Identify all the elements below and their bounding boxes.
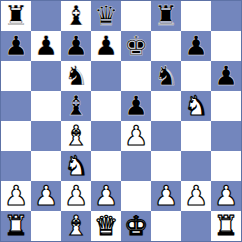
black-bishop-icon[interactable]: ♝	[64, 1, 88, 31]
square-b3[interactable]	[31, 151, 61, 181]
black-pawn-icon[interactable]: ♟	[64, 31, 88, 61]
white-pawn-icon[interactable]: ♟	[64, 181, 88, 211]
square-g1[interactable]	[181, 211, 211, 241]
square-c3[interactable]: ♞	[61, 151, 91, 181]
square-d3[interactable]	[91, 151, 121, 181]
square-d2[interactable]: ♟	[91, 181, 121, 211]
white-pawn-icon[interactable]: ♟	[184, 181, 208, 211]
black-knight-icon[interactable]: ♞	[154, 61, 178, 91]
square-f5[interactable]	[151, 91, 181, 121]
white-pawn-icon[interactable]: ♟	[214, 181, 238, 211]
chess-board-container: ♜♝♛♜♟♟♟♟♚♟♞♞♟♝♟♞♝♟♞♟♟♟♟♟♟♟♜♝♛♚♜	[0, 0, 242, 242]
black-bishop-icon[interactable]: ♝	[64, 91, 88, 121]
black-pawn-icon[interactable]: ♟	[34, 31, 58, 61]
black-king-icon[interactable]: ♚	[124, 31, 148, 61]
square-a8[interactable]: ♜	[1, 1, 31, 31]
square-c5[interactable]: ♝	[61, 91, 91, 121]
square-c7[interactable]: ♟	[61, 31, 91, 61]
square-g8[interactable]	[181, 1, 211, 31]
square-g4[interactable]	[181, 121, 211, 151]
white-queen-icon[interactable]: ♛	[94, 211, 118, 241]
square-f1[interactable]	[151, 211, 181, 241]
square-a6[interactable]	[1, 61, 31, 91]
square-d5[interactable]	[91, 91, 121, 121]
square-f6[interactable]: ♞	[151, 61, 181, 91]
square-d1[interactable]: ♛	[91, 211, 121, 241]
square-g2[interactable]: ♟	[181, 181, 211, 211]
chess-board: ♜♝♛♜♟♟♟♟♚♟♞♞♟♝♟♞♝♟♞♟♟♟♟♟♟♟♜♝♛♚♜	[0, 0, 242, 242]
black-pawn-icon[interactable]: ♟	[214, 61, 238, 91]
square-b2[interactable]: ♟	[31, 181, 61, 211]
square-a7[interactable]: ♟	[1, 31, 31, 61]
square-f4[interactable]	[151, 121, 181, 151]
square-f7[interactable]	[151, 31, 181, 61]
square-a4[interactable]	[1, 121, 31, 151]
white-pawn-icon[interactable]: ♟	[124, 121, 148, 151]
black-pawn-icon[interactable]: ♟	[184, 31, 208, 61]
square-h5[interactable]	[211, 91, 241, 121]
square-f3[interactable]	[151, 151, 181, 181]
square-g5[interactable]: ♞	[181, 91, 211, 121]
square-c4[interactable]: ♝	[61, 121, 91, 151]
square-e2[interactable]	[121, 181, 151, 211]
square-e5[interactable]: ♟	[121, 91, 151, 121]
square-d8[interactable]: ♛	[91, 1, 121, 31]
square-b7[interactable]: ♟	[31, 31, 61, 61]
black-pawn-icon[interactable]: ♟	[124, 91, 148, 121]
square-a3[interactable]	[1, 151, 31, 181]
square-h4[interactable]	[211, 121, 241, 151]
square-a2[interactable]: ♟	[1, 181, 31, 211]
white-king-icon[interactable]: ♚	[124, 211, 148, 241]
square-b6[interactable]	[31, 61, 61, 91]
square-h8[interactable]	[211, 1, 241, 31]
white-rook-icon[interactable]: ♜	[4, 211, 28, 241]
white-pawn-icon[interactable]: ♟	[94, 181, 118, 211]
square-h2[interactable]: ♟	[211, 181, 241, 211]
square-g3[interactable]	[181, 151, 211, 181]
black-pawn-icon[interactable]: ♟	[4, 31, 28, 61]
square-e3[interactable]	[121, 151, 151, 181]
square-d6[interactable]	[91, 61, 121, 91]
square-e7[interactable]: ♚	[121, 31, 151, 61]
square-h7[interactable]	[211, 31, 241, 61]
black-queen-icon[interactable]: ♛	[94, 1, 118, 31]
square-e1[interactable]: ♚	[121, 211, 151, 241]
black-rook-icon[interactable]: ♜	[154, 1, 178, 31]
square-a1[interactable]: ♜	[1, 211, 31, 241]
square-b5[interactable]	[31, 91, 61, 121]
square-f8[interactable]: ♜	[151, 1, 181, 31]
white-pawn-icon[interactable]: ♟	[154, 181, 178, 211]
square-b8[interactable]	[31, 1, 61, 31]
square-c8[interactable]: ♝	[61, 1, 91, 31]
square-b1[interactable]	[31, 211, 61, 241]
square-e8[interactable]	[121, 1, 151, 31]
square-g6[interactable]	[181, 61, 211, 91]
square-a5[interactable]	[1, 91, 31, 121]
square-h1[interactable]: ♜	[211, 211, 241, 241]
square-c1[interactable]: ♝	[61, 211, 91, 241]
white-knight-icon[interactable]: ♞	[64, 151, 88, 181]
square-e4[interactable]: ♟	[121, 121, 151, 151]
square-e6[interactable]	[121, 61, 151, 91]
white-bishop-icon[interactable]: ♝	[64, 211, 88, 241]
square-c6[interactable]: ♞	[61, 61, 91, 91]
square-b4[interactable]	[31, 121, 61, 151]
square-h3[interactable]	[211, 151, 241, 181]
white-rook-icon[interactable]: ♜	[214, 211, 238, 241]
square-g7[interactable]: ♟	[181, 31, 211, 61]
white-pawn-icon[interactable]: ♟	[4, 181, 28, 211]
square-d4[interactable]	[91, 121, 121, 151]
white-bishop-icon[interactable]: ♝	[64, 121, 88, 151]
black-knight-icon[interactable]: ♞	[64, 61, 88, 91]
square-h6[interactable]: ♟	[211, 61, 241, 91]
square-d7[interactable]: ♟	[91, 31, 121, 61]
black-pawn-icon[interactable]: ♟	[94, 31, 118, 61]
black-rook-icon[interactable]: ♜	[4, 1, 28, 31]
square-c2[interactable]: ♟	[61, 181, 91, 211]
white-pawn-icon[interactable]: ♟	[34, 181, 58, 211]
square-f2[interactable]: ♟	[151, 181, 181, 211]
white-knight-icon[interactable]: ♞	[184, 91, 208, 121]
